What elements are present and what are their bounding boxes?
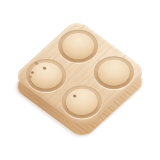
wood-fleck-icon (72, 94, 77, 98)
pit-grid (12, 18, 148, 129)
pit-dome-bottom (59, 83, 105, 121)
pit-dome-right (91, 54, 137, 92)
wood-fleck-icon (42, 66, 47, 70)
wood-fleck-icon (30, 71, 34, 74)
board-top-face (12, 18, 148, 129)
product-photo-scene (0, 0, 160, 160)
